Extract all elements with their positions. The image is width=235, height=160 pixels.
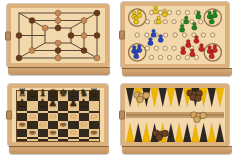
chess-square: ♟ — [68, 101, 78, 111]
morris-peg-light — [55, 18, 61, 24]
backgammon-point-top — [216, 88, 224, 107]
ludo-pawn-blue — [134, 51, 138, 55]
chess-square: ⛀ — [89, 113, 99, 121]
ludo-pawn-blue — [158, 38, 163, 43]
backgammon-point-bottom — [142, 123, 150, 142]
chess-board: ♜♞♝♛♚♝♞♜♟♟♟♟♟⛀⛀⛀⛀⛂⛀⛂⛀⛂⛂⛀⛂ — [16, 90, 100, 142]
ludo-pawn-blue — [134, 54, 139, 59]
box-clasp — [119, 31, 125, 40]
ludo-track-ring — [176, 10, 180, 14]
morris-peg-dark — [16, 55, 22, 61]
ludo-track-ring — [158, 55, 162, 59]
box-side — [122, 68, 232, 76]
ludo-game-box — [121, 2, 233, 76]
morris-peg-dark — [55, 48, 61, 54]
ludo-pawn-yellow — [162, 12, 167, 17]
chess-square — [58, 139, 68, 141]
chess-square — [68, 139, 78, 141]
backgammon-point-bottom — [126, 123, 134, 142]
morris-peg-light — [29, 48, 35, 54]
chess-square: ♟ — [38, 101, 48, 111]
chess-square — [58, 129, 68, 137]
backgammon-checker-dark — [195, 95, 202, 102]
ludo-pawn-green — [184, 19, 189, 24]
chess-piece-king: ♚ — [59, 88, 68, 98]
draught-disc-light: ⛀ — [70, 113, 77, 121]
ludo-pawn-red — [190, 52, 195, 57]
ludo-pawn-blue — [137, 45, 141, 49]
chess-square — [89, 139, 99, 141]
ludo-track-ring — [176, 55, 180, 59]
ludo-pawn-yellow — [156, 19, 161, 24]
chess-square — [17, 129, 27, 137]
ludo-pawn-yellow — [157, 16, 161, 20]
ludo-track-ring — [167, 55, 171, 59]
chess-square — [38, 139, 48, 141]
ludo-track-ring — [145, 20, 149, 24]
backgammon-checker-dark — [156, 134, 163, 141]
ludo-pawn-red — [208, 46, 212, 50]
ludo-pawn-red — [194, 39, 199, 44]
chess-piece-pawn: ♟ — [79, 98, 88, 108]
morris-box — [7, 4, 111, 75]
box-clasp — [119, 111, 125, 120]
ludo-pawn-green — [193, 22, 197, 26]
ludo-pawn-green — [209, 19, 214, 24]
chess-square — [27, 101, 37, 111]
chess-piece-rook: ♜ — [89, 88, 98, 98]
ludo-pawn-blue — [132, 46, 136, 50]
ludo-pawn-green — [179, 28, 184, 33]
ludo-pawn-red — [210, 51, 214, 55]
ludo-pawn-red — [181, 50, 186, 55]
ludo-pawn-green — [197, 11, 201, 15]
ludo-pawn-yellow — [153, 9, 158, 14]
ludo-track-ring — [163, 46, 167, 50]
backgammon-point-top — [151, 88, 159, 107]
chess-square — [17, 139, 27, 141]
ludo-pawn-red — [200, 44, 204, 48]
draught-disc-light: ⛀ — [39, 121, 46, 129]
ludo-track-ring — [154, 46, 158, 50]
ludo-track-ring — [145, 33, 149, 37]
ludo-track-ring — [182, 33, 186, 37]
backgammon-checker-light — [143, 92, 150, 99]
ludo-pawn-red — [199, 47, 204, 52]
chess-square: ⛂ — [89, 129, 99, 137]
morris-peg-light — [42, 25, 48, 31]
morris-peg-light — [81, 33, 87, 39]
chess-square: ⛂ — [17, 121, 27, 129]
ludo-pawn-yellow — [137, 10, 141, 14]
chess-piece-pawn: ♟ — [48, 98, 57, 108]
backgammon-point-bottom — [200, 123, 208, 142]
ludo-pawn-green — [180, 24, 184, 28]
morris-peg-light — [55, 40, 61, 46]
backgammon-point-top — [159, 88, 167, 107]
ludo-pawn-blue — [149, 37, 153, 41]
ludo-track-ring — [149, 55, 153, 59]
backgammon-point-bottom — [175, 123, 183, 142]
morris-peg-light — [81, 18, 87, 24]
ludo-pawn-yellow — [163, 9, 167, 13]
draught-disc-light: ⛀ — [91, 113, 98, 121]
ludo-pawn-green — [208, 11, 212, 15]
ludo-pawn-green — [213, 10, 217, 14]
morris-game-box — [7, 4, 111, 76]
ludo-pawn-blue — [148, 41, 153, 46]
backgammon-point-bottom — [134, 123, 142, 142]
chess-square — [58, 101, 68, 111]
draught-disc-dark: ⛂ — [60, 121, 67, 129]
chess-square — [48, 139, 58, 141]
ludo-track-ring — [135, 33, 139, 37]
chess-board-face: ♜♞♝♛♚♝♞♜♟♟♟♟♟⛀⛀⛀⛀⛂⛀⛂⛀⛂⛂⛀⛂ — [8, 84, 108, 146]
backgammon-point-bottom — [208, 123, 216, 142]
ludo-pawn-red — [186, 43, 191, 48]
morris-peg-dark — [94, 33, 100, 39]
ludo-pawn-green — [184, 16, 188, 20]
chess-square: ♟ — [48, 101, 58, 111]
box-side — [122, 146, 232, 154]
ludo-track-ring — [185, 55, 189, 59]
backgammon-point-bottom — [216, 123, 224, 142]
ludo-pawn-red — [195, 35, 199, 39]
chess-square — [79, 129, 89, 137]
backgammon-point-top — [167, 88, 175, 107]
ludo-pawn-blue — [159, 34, 163, 38]
ludo-pawn-yellow — [132, 11, 136, 15]
ludo-track-ring — [185, 10, 189, 14]
ludo-track-ring — [199, 20, 203, 24]
draught-disc-dark: ⛂ — [19, 121, 26, 129]
chess-box: ♜♞♝♛♚♝♞♜♟♟♟♟♟⛀⛀⛀⛀⛂⛀⛂⛀⛂⛂⛀⛂ — [8, 84, 110, 154]
chess-piece-pawn: ♟ — [69, 98, 78, 108]
chess-square: ⛀ — [68, 113, 78, 121]
ludo-pawn-green — [210, 16, 214, 20]
draught-disc-light: ⛀ — [50, 113, 57, 121]
backgammon-checker-light — [200, 112, 207, 119]
chess-square: ♜ — [89, 91, 99, 101]
ludo-pawn-red — [209, 54, 214, 59]
ludo-board-graphic — [125, 6, 225, 64]
backgammon-point-bottom — [183, 123, 191, 142]
draught-disc-dark: ⛂ — [29, 129, 36, 137]
backgammon-checker-light — [194, 116, 201, 123]
morris-peg-light — [94, 55, 100, 61]
ludo-pawn-yellow — [154, 6, 158, 9]
morris-peg-light — [55, 10, 61, 16]
ludo-track-rings — [135, 10, 215, 59]
backgammon-point-top — [208, 88, 216, 107]
morris-peg-dark — [81, 48, 87, 54]
chess-square: ⛀ — [48, 113, 58, 121]
morris-peg-dark — [68, 33, 74, 39]
ludo-track-ring — [211, 33, 215, 37]
backgammon-checker-dark — [162, 130, 169, 137]
backgammon-board — [121, 84, 229, 146]
ludo-pawn-red — [186, 39, 190, 43]
ludo-track-ring — [163, 33, 167, 37]
chess-square: ♚ — [58, 91, 68, 101]
ludo-pawn-yellow — [134, 16, 138, 20]
ludo-box — [121, 2, 233, 76]
morris-board-graphic — [11, 8, 105, 63]
backgammon-point-top — [175, 88, 183, 107]
chess-game-box: ♜♞♝♛♚♝♞♜♟♟♟♟♟⛀⛀⛀⛀⛂⛀⛂⛀⛂⛂⛀⛂ — [8, 84, 110, 158]
draught-disc-dark: ⛂ — [50, 129, 57, 137]
ludo-pawn-blue — [151, 33, 156, 38]
ludo-track-ring — [173, 33, 177, 37]
chess-square — [79, 139, 89, 141]
chess-piece-pawn: ♟ — [38, 98, 47, 108]
backgammon-checker-light — [137, 96, 144, 103]
draught-disc-light: ⛀ — [29, 113, 36, 121]
ludo-track-ring — [172, 20, 176, 24]
ludo-pawn-green — [196, 14, 201, 19]
ludo-pawn-blue — [152, 29, 156, 33]
chess-piece-pawn: ♟ — [18, 98, 27, 108]
chess-square: ♟ — [17, 101, 27, 111]
ludo-pawn-red — [213, 45, 217, 49]
chess-square: ⛂ — [48, 129, 58, 137]
ludo-pawn-yellow — [134, 19, 139, 24]
box-clasp — [6, 111, 12, 120]
ludo-board — [121, 2, 229, 68]
backgammon-point-bottom — [191, 123, 199, 142]
draught-disc-light: ⛀ — [70, 129, 77, 137]
ludo-pawn-red — [191, 49, 195, 53]
backgammon-board-graphic — [125, 88, 225, 142]
ludo-track-ring — [172, 46, 176, 50]
chess-square: ♞ — [27, 91, 37, 101]
backgammon-box — [121, 84, 233, 154]
backgammon-point-top — [126, 88, 134, 107]
draught-disc-light: ⛀ — [80, 121, 87, 129]
box-side — [9, 146, 109, 154]
box-clasp — [5, 31, 11, 40]
ludo-track-ring — [201, 33, 205, 37]
morris-peg-dark — [16, 33, 22, 39]
chess-square: ⛀ — [79, 121, 89, 129]
ludo-track-ring — [163, 20, 167, 24]
ludo-pawn-green — [192, 26, 197, 31]
chess-square — [38, 129, 48, 137]
box-side — [8, 67, 110, 75]
chess-square: ⛀ — [68, 129, 78, 137]
chess-square: ⛀ — [38, 121, 48, 129]
chess-piece-knight: ♞ — [28, 88, 37, 98]
morris-peg-dark — [94, 10, 100, 16]
morris-board — [7, 4, 109, 67]
morris-peg-dark — [55, 25, 61, 31]
draught-disc-dark: ⛂ — [91, 129, 98, 137]
chess-square: ⛀ — [27, 113, 37, 121]
chess-square: ⛂ — [27, 129, 37, 137]
morris-peg-light — [55, 55, 61, 61]
backgammon-game-box — [121, 84, 233, 156]
chess-square — [27, 139, 37, 141]
ludo-track-ring — [145, 46, 149, 50]
ludo-track-ring — [194, 55, 198, 59]
ludo-track-ring — [167, 10, 171, 14]
chess-square — [89, 101, 99, 111]
product-photo-grid: ♜♞♝♛♚♝♞♜♟♟♟♟♟⛀⛀⛀⛀⛂⛀⛂⛀⛂⛂⛀⛂ — [0, 0, 235, 160]
chess-square: ⛂ — [58, 121, 68, 129]
morris-peg-dark — [29, 18, 35, 24]
chess-square: ♟ — [79, 101, 89, 111]
ludo-pawn-red — [181, 47, 185, 51]
